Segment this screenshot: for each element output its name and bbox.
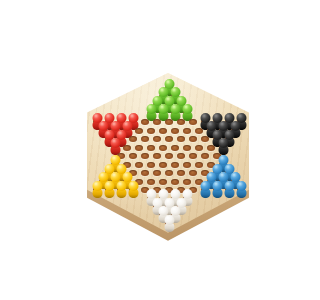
cell-r4-c6[interactable] bbox=[163, 118, 175, 127]
peg-head bbox=[200, 181, 210, 191]
hole bbox=[171, 145, 179, 151]
cell-r4-c7[interactable] bbox=[175, 118, 187, 127]
hole bbox=[159, 128, 167, 134]
hole bbox=[207, 145, 215, 151]
hole bbox=[141, 136, 149, 142]
cell-r7-c5[interactable] bbox=[169, 144, 181, 153]
cell-r8-c6[interactable] bbox=[187, 152, 199, 161]
cell-r11-c4[interactable] bbox=[145, 178, 157, 187]
hole bbox=[195, 162, 203, 168]
peg-head bbox=[116, 181, 126, 191]
cell-r3-c1[interactable] bbox=[157, 110, 169, 119]
hole bbox=[189, 170, 197, 176]
peg-head bbox=[236, 181, 246, 191]
hole bbox=[177, 170, 185, 176]
cell-r4-c4[interactable] bbox=[139, 118, 151, 127]
cell-r5-c7[interactable] bbox=[181, 127, 193, 136]
peg-blue[interactable] bbox=[236, 181, 247, 198]
cell-r10-c5[interactable] bbox=[163, 169, 175, 178]
peg-head bbox=[182, 104, 192, 114]
peg-head bbox=[104, 181, 114, 191]
hole bbox=[177, 136, 185, 142]
hole bbox=[183, 145, 191, 151]
peg-head bbox=[110, 138, 120, 148]
cell-r7-c2[interactable] bbox=[133, 144, 145, 153]
hole bbox=[135, 128, 143, 134]
hole bbox=[159, 179, 167, 185]
cell-r4-c8[interactable] bbox=[187, 118, 199, 127]
hole bbox=[189, 136, 197, 142]
cell-r8-c2[interactable] bbox=[139, 152, 151, 161]
hole bbox=[153, 153, 161, 159]
hole bbox=[165, 136, 173, 142]
cell-r8-c4[interactable] bbox=[163, 152, 175, 161]
hole bbox=[177, 119, 185, 125]
cell-r11-c6[interactable] bbox=[169, 178, 181, 187]
cell-r12-c11[interactable] bbox=[223, 186, 235, 195]
product-photo-scene bbox=[50, 0, 270, 300]
cell-r9-c6[interactable] bbox=[181, 161, 193, 170]
cell-r7-c3[interactable] bbox=[145, 144, 157, 153]
hole bbox=[147, 179, 155, 185]
hole bbox=[177, 153, 185, 159]
cell-r6-c6[interactable] bbox=[175, 135, 187, 144]
cell-r12-c0[interactable] bbox=[91, 186, 103, 195]
cell-r10-c3[interactable] bbox=[139, 169, 151, 178]
cell-r5-c4[interactable] bbox=[145, 127, 157, 136]
peg-yellow[interactable] bbox=[116, 181, 127, 198]
cell-r8-c1[interactable] bbox=[127, 152, 139, 161]
cell-r8-c5[interactable] bbox=[175, 152, 187, 161]
hole bbox=[165, 119, 173, 125]
hole bbox=[129, 136, 137, 142]
cell-r12-c9[interactable] bbox=[199, 186, 211, 195]
hole bbox=[141, 119, 149, 125]
cell-r9-c5[interactable] bbox=[169, 161, 181, 170]
cell-r5-c5[interactable] bbox=[157, 127, 169, 136]
peg-yellow[interactable] bbox=[92, 181, 103, 198]
peg-blue[interactable] bbox=[212, 181, 223, 198]
cell-r5-c3[interactable] bbox=[133, 127, 145, 136]
cell-r5-c6[interactable] bbox=[169, 127, 181, 136]
hole bbox=[189, 119, 197, 125]
hole bbox=[147, 145, 155, 151]
hole bbox=[129, 153, 137, 159]
hole bbox=[171, 179, 179, 185]
cell-r10-c6[interactable] bbox=[175, 169, 187, 178]
cell-r7-c6[interactable] bbox=[181, 144, 193, 153]
hole bbox=[147, 128, 155, 134]
hole bbox=[165, 153, 173, 159]
cell-r12-c3[interactable] bbox=[127, 186, 139, 195]
hole bbox=[153, 170, 161, 176]
cell-r6-c2[interactable] bbox=[127, 135, 139, 144]
peg-blue[interactable] bbox=[224, 181, 235, 198]
cell-r7-c1[interactable] bbox=[121, 144, 133, 153]
hole bbox=[201, 136, 209, 142]
peg-head bbox=[218, 138, 228, 148]
cell-r12-c1[interactable] bbox=[103, 186, 115, 195]
cell-r6-c7[interactable] bbox=[187, 135, 199, 144]
cell-r10-c4[interactable] bbox=[151, 169, 163, 178]
cell-r12-c12[interactable] bbox=[235, 186, 247, 195]
hole bbox=[189, 153, 197, 159]
hole bbox=[195, 128, 203, 134]
cell-r7-c7[interactable] bbox=[193, 144, 205, 153]
hole bbox=[165, 170, 173, 176]
hole bbox=[195, 145, 203, 151]
cell-r9-c2[interactable] bbox=[133, 161, 145, 170]
peg-head bbox=[92, 181, 102, 191]
hole bbox=[183, 162, 191, 168]
cell-r6-c3[interactable] bbox=[139, 135, 151, 144]
cell-r16-c0[interactable] bbox=[163, 220, 175, 229]
hole bbox=[171, 162, 179, 168]
cell-r5-c8[interactable] bbox=[193, 127, 205, 136]
hole bbox=[153, 136, 161, 142]
hole bbox=[153, 119, 161, 125]
peg-head bbox=[146, 104, 156, 114]
peg-head bbox=[212, 181, 222, 191]
hole bbox=[201, 153, 209, 159]
hole bbox=[135, 162, 143, 168]
hole bbox=[171, 128, 179, 134]
cell-r9-c7[interactable] bbox=[193, 161, 205, 170]
cell-r11-c7[interactable] bbox=[181, 178, 193, 187]
cell-r7-c0[interactable] bbox=[109, 144, 121, 153]
cell-r12-c10[interactable] bbox=[211, 186, 223, 195]
cell-r10-c7[interactable] bbox=[187, 169, 199, 178]
cell-r9-c3[interactable] bbox=[145, 161, 157, 170]
star-grid bbox=[91, 84, 247, 229]
cell-r4-c5[interactable] bbox=[151, 118, 163, 127]
peg-head bbox=[170, 104, 180, 114]
cell-r9-c4[interactable] bbox=[157, 161, 169, 170]
cell-r3-c0[interactable] bbox=[145, 110, 157, 119]
hole bbox=[141, 153, 149, 159]
peg-white[interactable] bbox=[164, 215, 175, 232]
cell-r7-c4[interactable] bbox=[157, 144, 169, 153]
cell-r8-c3[interactable] bbox=[151, 152, 163, 161]
cell-r12-c2[interactable] bbox=[115, 186, 127, 195]
peg-head bbox=[164, 215, 174, 225]
hole bbox=[141, 170, 149, 176]
peg-head bbox=[224, 181, 234, 191]
cell-r3-c3[interactable] bbox=[181, 110, 193, 119]
peg-blue[interactable] bbox=[200, 181, 211, 198]
cell-r7-c8[interactable] bbox=[205, 144, 217, 153]
cell-r11-c5[interactable] bbox=[157, 178, 169, 187]
hole bbox=[135, 145, 143, 151]
hole bbox=[147, 162, 155, 168]
cell-r3-c2[interactable] bbox=[169, 110, 181, 119]
cell-r7-c9[interactable] bbox=[217, 144, 229, 153]
cell-r6-c4[interactable] bbox=[151, 135, 163, 144]
cell-r8-c7[interactable] bbox=[199, 152, 211, 161]
hole bbox=[159, 145, 167, 151]
peg-head bbox=[158, 104, 168, 114]
hole bbox=[183, 179, 191, 185]
hole bbox=[183, 128, 191, 134]
peg-yellow[interactable] bbox=[104, 181, 115, 198]
hole bbox=[159, 162, 167, 168]
cell-r6-c8[interactable] bbox=[199, 135, 211, 144]
cell-r6-c5[interactable] bbox=[163, 135, 175, 144]
peg-head bbox=[128, 181, 138, 191]
peg-yellow[interactable] bbox=[128, 181, 139, 198]
hole bbox=[123, 145, 131, 151]
